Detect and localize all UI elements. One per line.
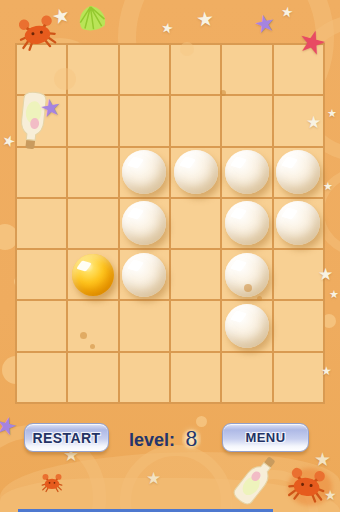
level-indicator: level: 8 <box>129 427 201 451</box>
restart-button[interactable]: RESTART <box>24 423 109 452</box>
menu-button[interactable]: MENU <box>222 423 309 452</box>
hud-bar: RESTART level: 8 MENU <box>0 0 340 512</box>
game-screen: ★★★★★★★★★★★★★★★★★★★ RESTART level: 8 MEN… <box>0 0 340 512</box>
level-label: level: <box>129 430 175 451</box>
level-value: 8 <box>182 427 201 451</box>
